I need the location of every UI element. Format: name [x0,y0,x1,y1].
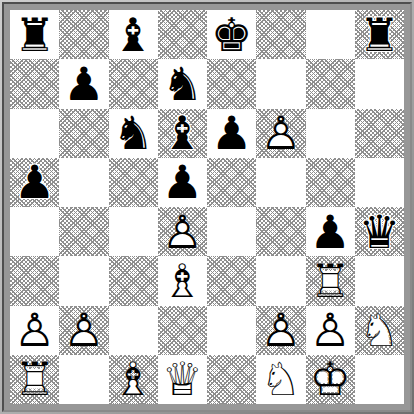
square-d7[interactable]: ♞ [158,59,207,108]
square-g8[interactable] [306,10,355,59]
square-e1[interactable] [207,355,256,404]
square-f1[interactable]: ♞♘ [256,355,305,404]
square-g2[interactable]: ♟♙ [306,306,355,355]
square-f6[interactable]: ♟♙ [256,109,305,158]
square-e4[interactable] [207,207,256,256]
square-c7[interactable] [109,59,158,108]
square-c5[interactable] [109,158,158,207]
white-pawn: ♟♙ [310,307,351,353]
square-d2[interactable] [158,306,207,355]
square-a1[interactable]: ♜♖ [10,355,59,404]
square-c2[interactable] [109,306,158,355]
square-g5[interactable] [306,158,355,207]
white-king-outline: ♔ [310,356,351,402]
black-bishop: ♝ [113,12,154,58]
chess-board: ♜♝♚♜♟♞♞♝♟♟♙♟♟♟♙♟♛♝♗♜♖♟♙♟♙♟♙♟♙♞♘♜♖♝♗♛♕♞♘♚… [10,10,404,404]
square-b7[interactable]: ♟ [59,59,108,108]
square-b5[interactable] [59,158,108,207]
black-king: ♚ [211,12,252,58]
square-b3[interactable] [59,256,108,305]
square-d1[interactable]: ♛♕ [158,355,207,404]
white-bishop-outline: ♗ [162,258,203,304]
black-knight: ♞ [113,110,154,156]
square-d8[interactable] [158,10,207,59]
white-bishop: ♝♗ [113,356,154,402]
square-g3[interactable]: ♜♖ [306,256,355,305]
square-d3[interactable]: ♝♗ [158,256,207,305]
white-knight: ♞♘ [260,356,301,402]
black-pawn: ♟ [310,209,351,255]
square-b6[interactable] [59,109,108,158]
square-h5[interactable] [355,158,404,207]
square-h7[interactable] [355,59,404,108]
white-rook: ♜♖ [310,258,351,304]
square-e3[interactable] [207,256,256,305]
square-c3[interactable] [109,256,158,305]
square-a7[interactable] [10,59,59,108]
square-b1[interactable] [59,355,108,404]
square-h8[interactable]: ♜ [355,10,404,59]
white-pawn: ♟♙ [162,209,203,255]
square-b4[interactable] [59,207,108,256]
white-pawn: ♟♙ [260,110,301,156]
square-f5[interactable] [256,158,305,207]
white-king: ♚♔ [310,356,351,402]
square-a8[interactable]: ♜ [10,10,59,59]
black-bishop: ♝ [162,110,203,156]
white-pawn-outline: ♙ [63,307,104,353]
black-pawn: ♟ [162,159,203,205]
square-e8[interactable]: ♚ [207,10,256,59]
square-c4[interactable] [109,207,158,256]
white-rook-outline: ♖ [14,356,55,402]
square-c1[interactable]: ♝♗ [109,355,158,404]
white-pawn-outline: ♙ [260,110,301,156]
board-frame: ♜♝♚♜♟♞♞♝♟♟♙♟♟♟♙♟♛♝♗♜♖♟♙♟♙♟♙♟♙♞♘♜♖♝♗♛♕♞♘♚… [0,0,414,414]
white-bishop-outline: ♗ [113,356,154,402]
square-g6[interactable] [306,109,355,158]
square-h3[interactable] [355,256,404,305]
square-b2[interactable]: ♟♙ [59,306,108,355]
white-rook-outline: ♖ [310,258,351,304]
black-pawn: ♟ [14,159,55,205]
square-c8[interactable]: ♝ [109,10,158,59]
white-knight-outline: ♘ [260,356,301,402]
square-h1[interactable] [355,355,404,404]
square-d6[interactable]: ♝ [158,109,207,158]
white-pawn-outline: ♙ [310,307,351,353]
white-pawn-outline: ♙ [260,307,301,353]
square-f4[interactable] [256,207,305,256]
white-queen: ♛♕ [162,356,203,402]
square-a2[interactable]: ♟♙ [10,306,59,355]
white-bishop: ♝♗ [162,258,203,304]
board-frame-inner: ♜♝♚♜♟♞♞♝♟♟♙♟♟♟♙♟♛♝♗♜♖♟♙♟♙♟♙♟♙♞♘♜♖♝♗♛♕♞♘♚… [2,2,412,412]
square-g7[interactable] [306,59,355,108]
white-rook: ♜♖ [14,356,55,402]
square-f8[interactable] [256,10,305,59]
square-a5[interactable]: ♟ [10,158,59,207]
black-knight: ♞ [162,61,203,107]
white-pawn: ♟♙ [260,307,301,353]
black-pawn: ♟ [63,61,104,107]
square-a4[interactable] [10,207,59,256]
square-g4[interactable]: ♟ [306,207,355,256]
square-f7[interactable] [256,59,305,108]
square-e5[interactable] [207,158,256,207]
white-pawn: ♟♙ [63,307,104,353]
square-h6[interactable] [355,109,404,158]
square-g1[interactable]: ♚♔ [306,355,355,404]
square-a3[interactable] [10,256,59,305]
white-pawn-outline: ♙ [14,307,55,353]
square-h2[interactable]: ♞♘ [355,306,404,355]
square-d5[interactable]: ♟ [158,158,207,207]
black-pawn: ♟ [211,110,252,156]
black-rook: ♜ [359,12,400,58]
black-rook: ♜ [14,12,55,58]
square-h4[interactable]: ♛ [355,207,404,256]
white-queen-outline: ♕ [162,356,203,402]
square-e7[interactable] [207,59,256,108]
square-a6[interactable] [10,109,59,158]
square-f2[interactable]: ♟♙ [256,306,305,355]
square-b8[interactable] [59,10,108,59]
black-queen: ♛ [359,209,400,255]
white-pawn-outline: ♙ [162,209,203,255]
white-knight-outline: ♘ [359,307,400,353]
square-d4[interactable]: ♟♙ [158,207,207,256]
square-f3[interactable] [256,256,305,305]
square-e6[interactable]: ♟ [207,109,256,158]
square-c6[interactable]: ♞ [109,109,158,158]
white-knight: ♞♘ [359,307,400,353]
square-e2[interactable] [207,306,256,355]
white-pawn: ♟♙ [14,307,55,353]
